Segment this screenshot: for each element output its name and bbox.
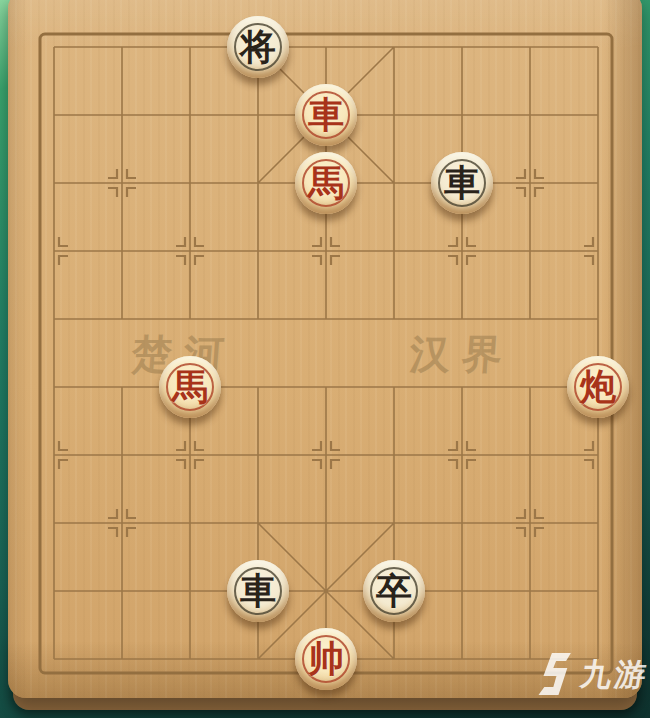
piece-ring	[370, 567, 418, 615]
piece-ring	[302, 91, 350, 139]
piece-black-chariot[interactable]: 車	[227, 560, 289, 622]
piece-red-chariot[interactable]: 車	[295, 84, 357, 146]
piece-character: 卒	[376, 572, 412, 608]
piece-red-cannon[interactable]: 炮	[567, 356, 629, 418]
piece-ring	[166, 363, 214, 411]
piece-ring	[574, 363, 622, 411]
piece-ring	[302, 159, 350, 207]
piece-character: 馬	[308, 164, 344, 200]
piece-character: 帅	[308, 640, 344, 676]
piece-red-horse[interactable]: 馬	[159, 356, 221, 418]
piece-ring	[234, 567, 282, 615]
piece-character: 車	[444, 164, 480, 200]
piece-character: 馬	[172, 368, 208, 404]
piece-ring	[438, 159, 486, 207]
piece-ring	[302, 635, 350, 683]
piece-black-soldier[interactable]: 卒	[363, 560, 425, 622]
piece-character: 炮	[580, 368, 616, 404]
piece-red-general[interactable]: 帅	[295, 628, 357, 690]
piece-black-general[interactable]: 将	[227, 16, 289, 78]
piece-red-horse[interactable]: 馬	[295, 152, 357, 214]
piece-ring	[234, 23, 282, 71]
piece-character: 将	[240, 28, 276, 64]
piece-black-chariot[interactable]: 車	[431, 152, 493, 214]
piece-character: 車	[240, 572, 276, 608]
river-label-hanjie: 汉界	[409, 334, 516, 374]
piece-character: 車	[308, 96, 344, 132]
game-background: 楚河 汉界 将車馬車馬炮車卒帅 九游	[0, 0, 650, 718]
